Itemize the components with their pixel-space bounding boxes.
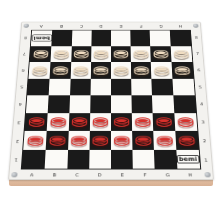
rank-label-left-8: 8	[21, 30, 30, 46]
file-label-top-e: E	[111, 23, 131, 29]
product-photo-checkers-board: ABCDEFGH ABCDEFGH 87654321 87654321 bemi…	[0, 0, 222, 222]
checker-piece-natural[interactable]: ⛂	[93, 62, 109, 77]
square-c2[interactable]: ⛂	[68, 131, 90, 150]
square-h3[interactable]: ⛂	[174, 113, 198, 131]
rank-label-right-2: 2	[199, 131, 209, 150]
checker-piece-red[interactable]: ⛂	[134, 131, 152, 148]
square-d4[interactable]	[90, 95, 111, 112]
checker-piece-red[interactable]: ⛂	[71, 113, 88, 130]
square-e4[interactable]	[111, 95, 132, 112]
checker-piece-natural[interactable]: ⛂	[113, 46, 129, 61]
checker-piece-red[interactable]: ⛂	[49, 113, 67, 130]
square-a7[interactable]: ⛂	[30, 46, 52, 62]
square-b6[interactable]: ⛂	[50, 62, 71, 78]
bemi-logo-rotated: bemi	[31, 35, 52, 42]
square-d6[interactable]: ⛂	[91, 62, 111, 78]
checker-piece-natural[interactable]: ⛂	[72, 62, 88, 77]
rank-label-left-6: 6	[18, 62, 28, 79]
square-c8[interactable]	[72, 30, 92, 46]
square-e3[interactable]: ⛂	[111, 113, 132, 131]
square-d7[interactable]: ⛂	[91, 46, 111, 62]
rank-label-right-8: 8	[192, 30, 201, 46]
screw-icon	[204, 172, 210, 177]
square-f3[interactable]: ⛂	[132, 113, 154, 131]
square-h1[interactable]: bemi	[176, 149, 200, 168]
checker-piece-natural[interactable]: ⛂	[32, 46, 49, 61]
square-f2[interactable]: ⛂	[132, 131, 154, 150]
square-c6[interactable]: ⛂	[70, 62, 91, 78]
square-b7[interactable]: ⛂	[51, 46, 72, 62]
file-label-bottom-h: H	[179, 171, 202, 179]
square-e8[interactable]	[111, 30, 131, 46]
square-b2[interactable]: ⛂	[46, 131, 68, 150]
checker-piece-red[interactable]: ⛂	[177, 113, 195, 130]
square-f8[interactable]	[130, 30, 150, 46]
square-a1[interactable]	[22, 149, 46, 168]
square-b4[interactable]	[48, 95, 70, 112]
square-b3[interactable]: ⛂	[47, 113, 69, 131]
square-f7[interactable]: ⛂	[131, 46, 151, 62]
checker-piece-red[interactable]: ⛂	[134, 113, 151, 130]
checker-piece-natural[interactable]: ⛂	[153, 62, 170, 77]
rank-label-right-3: 3	[198, 113, 208, 131]
square-h6[interactable]: ⛂	[171, 62, 193, 78]
checker-piece-red[interactable]: ⛂	[92, 131, 109, 148]
square-h7[interactable]: ⛂	[170, 46, 192, 62]
checker-piece-red[interactable]: ⛂	[113, 113, 130, 130]
square-g6[interactable]: ⛂	[151, 62, 172, 78]
square-h2[interactable]: ⛂	[175, 131, 199, 150]
square-e6[interactable]: ⛂	[111, 62, 131, 78]
checker-piece-red[interactable]: ⛂	[26, 131, 44, 148]
rank-label-right-7: 7	[193, 45, 202, 61]
square-c7[interactable]: ⛂	[71, 46, 91, 62]
screw-icon	[193, 24, 199, 28]
file-label-bottom-g: G	[156, 171, 179, 179]
checker-piece-red[interactable]: ⛂	[27, 113, 45, 130]
checkers-grid: bemi⛂⛂⛂⛂⛂⛂⛂⛂⛂⛂⛂⛂⛂⛂⛂⛂⛂⛂⛂⛂⛂⛂⛂⛂⛂⛂⛂⛂⛂⛂⛂⛂bemi	[21, 30, 201, 170]
checker-piece-natural[interactable]: ⛂	[153, 46, 169, 61]
square-d3[interactable]: ⛂	[90, 113, 111, 131]
square-g3[interactable]: ⛂	[153, 113, 175, 131]
square-d8[interactable]	[91, 30, 111, 46]
square-b1[interactable]	[45, 149, 68, 168]
rank-label-right-1: 1	[201, 150, 211, 169]
square-h8[interactable]	[169, 30, 191, 46]
file-label-top-g: G	[151, 23, 171, 29]
rank-label-left-2: 2	[12, 131, 22, 150]
square-f1[interactable]	[133, 149, 155, 168]
square-c3[interactable]: ⛂	[68, 113, 90, 131]
file-label-top-d: D	[91, 23, 111, 29]
square-b8[interactable]	[52, 30, 72, 46]
checker-piece-natural[interactable]: ⛂	[53, 46, 69, 61]
file-label-top-c: C	[71, 23, 91, 29]
square-g7[interactable]: ⛂	[150, 46, 171, 62]
rank-label-right-5: 5	[195, 78, 205, 95]
file-label-top-f: F	[131, 23, 151, 29]
file-label-bottom-f: F	[134, 171, 157, 179]
checker-piece-natural[interactable]: ⛂	[31, 62, 48, 77]
file-label-bottom-e: E	[111, 171, 134, 179]
rank-label-left-5: 5	[17, 78, 27, 95]
board-3d-wrapper: ABCDEFGH ABCDEFGH 87654321 87654321 bemi…	[8, 22, 214, 180]
checker-piece-red[interactable]: ⛂	[70, 131, 88, 148]
square-h4[interactable]	[173, 95, 196, 112]
checker-piece-natural[interactable]: ⛂	[113, 62, 129, 77]
square-a3[interactable]: ⛂	[25, 113, 49, 131]
square-e2[interactable]: ⛂	[111, 131, 133, 150]
square-g8[interactable]	[150, 30, 170, 46]
square-f5[interactable]	[131, 78, 152, 95]
bemi-logo: bemi	[176, 155, 200, 164]
rank-label-left-1: 1	[11, 150, 21, 169]
file-labels-bottom: ABCDEFGH	[20, 171, 202, 179]
square-c1[interactable]	[67, 149, 89, 168]
square-d1[interactable]	[89, 149, 111, 168]
square-e1[interactable]	[111, 149, 133, 168]
square-e5[interactable]	[111, 78, 132, 95]
square-g5[interactable]	[152, 78, 173, 95]
file-label-top-h: H	[170, 23, 190, 29]
rank-label-right-6: 6	[194, 62, 204, 79]
square-a4[interactable]	[26, 95, 49, 112]
square-f6[interactable]: ⛂	[131, 62, 152, 78]
checker-piece-red[interactable]: ⛂	[92, 113, 109, 130]
file-label-bottom-d: D	[88, 171, 111, 179]
checker-piece-red[interactable]: ⛂	[156, 131, 174, 148]
checker-piece-natural[interactable]: ⛂	[174, 62, 191, 77]
checker-piece-natural[interactable]: ⛂	[173, 46, 190, 61]
file-label-top-a: A	[31, 23, 51, 29]
file-label-bottom-b: B	[43, 171, 66, 179]
square-b5[interactable]	[49, 78, 70, 95]
square-e7[interactable]: ⛂	[111, 46, 131, 62]
file-label-bottom-c: C	[66, 171, 89, 179]
checker-piece-red[interactable]: ⛂	[48, 131, 66, 148]
checker-piece-natural[interactable]: ⛂	[52, 62, 69, 77]
square-d2[interactable]: ⛂	[89, 131, 111, 150]
square-a6[interactable]: ⛂	[28, 62, 50, 78]
checker-piece-natural[interactable]: ⛂	[93, 46, 109, 61]
rank-label-left-3: 3	[14, 113, 24, 131]
screw-icon	[11, 172, 17, 177]
square-g1[interactable]	[154, 149, 177, 168]
square-f4[interactable]	[132, 95, 153, 112]
checker-piece-natural[interactable]: ⛂	[133, 62, 149, 77]
checker-piece-natural[interactable]: ⛂	[73, 46, 89, 61]
checker-piece-red[interactable]: ⛂	[178, 131, 196, 148]
square-a2[interactable]: ⛂	[23, 131, 47, 150]
rank-label-left-4: 4	[16, 95, 26, 113]
square-a8[interactable]: bemi	[31, 30, 53, 46]
square-g4[interactable]	[152, 95, 174, 112]
file-label-bottom-a: A	[20, 171, 43, 179]
checker-piece-red[interactable]: ⛂	[113, 131, 130, 148]
square-d5[interactable]	[90, 78, 111, 95]
square-g2[interactable]: ⛂	[154, 131, 176, 150]
checker-piece-red[interactable]: ⛂	[155, 113, 173, 130]
rank-label-right-4: 4	[197, 95, 207, 113]
square-c5[interactable]	[70, 78, 91, 95]
square-h5[interactable]	[172, 78, 195, 95]
screw-icon	[23, 24, 29, 28]
rank-label-left-7: 7	[20, 45, 29, 61]
square-a5[interactable]	[27, 78, 50, 95]
board-frame: ABCDEFGH ABCDEFGH 87654321 87654321 bemi…	[8, 22, 214, 180]
file-label-top-b: B	[51, 23, 71, 29]
square-c4[interactable]	[69, 95, 90, 112]
checker-piece-natural[interactable]: ⛂	[133, 46, 149, 61]
file-labels-top: ABCDEFGH	[31, 23, 191, 29]
